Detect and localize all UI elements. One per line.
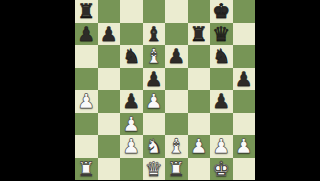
square-f1[interactable] xyxy=(188,158,211,181)
square-e1[interactable]: ♜ xyxy=(165,158,188,181)
square-d6[interactable]: ♝ xyxy=(143,45,166,68)
square-d4[interactable]: ♟ xyxy=(143,90,166,113)
piece-white-bishop[interactable]: ♝ xyxy=(167,135,185,157)
page-background: ♜♚♟♟♝♜♛♞♝♟♞♟♟♟♟♟♟♟♟♞♝♟♟♟♜♛♜♚ xyxy=(0,0,320,180)
piece-white-king[interactable]: ♚ xyxy=(212,158,230,180)
square-f5[interactable] xyxy=(188,68,211,91)
piece-black-pawn[interactable]: ♟ xyxy=(145,68,163,90)
square-d8[interactable] xyxy=(143,0,166,23)
square-e2[interactable]: ♝ xyxy=(165,135,188,158)
square-h4[interactable] xyxy=(233,90,256,113)
piece-white-knight[interactable]: ♞ xyxy=(145,135,163,157)
square-g1[interactable]: ♚ xyxy=(210,158,233,181)
square-f8[interactable] xyxy=(188,0,211,23)
square-f6[interactable] xyxy=(188,45,211,68)
piece-white-pawn[interactable]: ♟ xyxy=(235,135,253,157)
piece-white-bishop[interactable]: ♝ xyxy=(145,45,163,67)
square-e7[interactable] xyxy=(165,23,188,46)
square-e5[interactable] xyxy=(165,68,188,91)
piece-black-rook[interactable]: ♜ xyxy=(77,0,95,22)
square-c5[interactable] xyxy=(120,68,143,91)
square-d5[interactable]: ♟ xyxy=(143,68,166,91)
square-h1[interactable] xyxy=(233,158,256,181)
square-b7[interactable]: ♟ xyxy=(98,23,121,46)
square-a6[interactable] xyxy=(75,45,98,68)
square-a3[interactable] xyxy=(75,113,98,136)
piece-black-pawn[interactable]: ♟ xyxy=(235,68,253,90)
piece-white-pawn[interactable]: ♟ xyxy=(212,135,230,157)
square-g7[interactable]: ♛ xyxy=(210,23,233,46)
piece-black-pawn[interactable]: ♟ xyxy=(212,90,230,112)
square-d2[interactable]: ♞ xyxy=(143,135,166,158)
square-c3[interactable]: ♟ xyxy=(120,113,143,136)
piece-black-bishop[interactable]: ♝ xyxy=(145,23,163,45)
square-e6[interactable]: ♟ xyxy=(165,45,188,68)
piece-white-pawn[interactable]: ♟ xyxy=(145,90,163,112)
square-c6[interactable]: ♞ xyxy=(120,45,143,68)
square-f3[interactable] xyxy=(188,113,211,136)
square-h2[interactable]: ♟ xyxy=(233,135,256,158)
piece-white-pawn[interactable]: ♟ xyxy=(77,90,95,112)
square-c8[interactable] xyxy=(120,0,143,23)
square-h7[interactable] xyxy=(233,23,256,46)
square-a2[interactable] xyxy=(75,135,98,158)
piece-black-king[interactable]: ♚ xyxy=(212,0,230,22)
square-f4[interactable] xyxy=(188,90,211,113)
square-a7[interactable]: ♟ xyxy=(75,23,98,46)
square-e3[interactable] xyxy=(165,113,188,136)
piece-white-rook[interactable]: ♜ xyxy=(167,158,185,180)
piece-white-pawn[interactable]: ♟ xyxy=(190,135,208,157)
piece-black-pawn[interactable]: ♟ xyxy=(100,23,118,45)
square-h5[interactable]: ♟ xyxy=(233,68,256,91)
piece-black-knight[interactable]: ♞ xyxy=(212,45,230,67)
piece-black-pawn[interactable]: ♟ xyxy=(167,45,185,67)
piece-black-rook[interactable]: ♜ xyxy=(190,23,208,45)
square-b1[interactable] xyxy=(98,158,121,181)
piece-white-pawn[interactable]: ♟ xyxy=(122,135,140,157)
square-d3[interactable] xyxy=(143,113,166,136)
square-b6[interactable] xyxy=(98,45,121,68)
square-d7[interactable]: ♝ xyxy=(143,23,166,46)
square-e4[interactable] xyxy=(165,90,188,113)
square-f2[interactable]: ♟ xyxy=(188,135,211,158)
square-g3[interactable] xyxy=(210,113,233,136)
square-g4[interactable]: ♟ xyxy=(210,90,233,113)
square-d1[interactable]: ♛ xyxy=(143,158,166,181)
piece-black-queen[interactable]: ♛ xyxy=(212,23,230,45)
square-c2[interactable]: ♟ xyxy=(120,135,143,158)
square-a1[interactable]: ♜ xyxy=(75,158,98,181)
piece-black-knight[interactable]: ♞ xyxy=(122,45,140,67)
square-a8[interactable]: ♜ xyxy=(75,0,98,23)
square-c7[interactable] xyxy=(120,23,143,46)
piece-black-pawn[interactable]: ♟ xyxy=(77,23,95,45)
square-f7[interactable]: ♜ xyxy=(188,23,211,46)
square-g5[interactable] xyxy=(210,68,233,91)
square-b2[interactable] xyxy=(98,135,121,158)
square-b5[interactable] xyxy=(98,68,121,91)
square-b8[interactable] xyxy=(98,0,121,23)
piece-white-rook[interactable]: ♜ xyxy=(77,158,95,180)
square-b3[interactable] xyxy=(98,113,121,136)
square-a4[interactable]: ♟ xyxy=(75,90,98,113)
square-g6[interactable]: ♞ xyxy=(210,45,233,68)
piece-white-queen[interactable]: ♛ xyxy=(145,158,163,180)
square-a5[interactable] xyxy=(75,68,98,91)
square-h3[interactable] xyxy=(233,113,256,136)
square-h6[interactable] xyxy=(233,45,256,68)
piece-black-pawn[interactable]: ♟ xyxy=(122,90,140,112)
square-g2[interactable]: ♟ xyxy=(210,135,233,158)
square-c4[interactable]: ♟ xyxy=(120,90,143,113)
square-g8[interactable]: ♚ xyxy=(210,0,233,23)
piece-white-pawn[interactable]: ♟ xyxy=(122,113,140,135)
square-e8[interactable] xyxy=(165,0,188,23)
chess-board: ♜♚♟♟♝♜♛♞♝♟♞♟♟♟♟♟♟♟♟♞♝♟♟♟♜♛♜♚ xyxy=(75,0,255,180)
square-b4[interactable] xyxy=(98,90,121,113)
square-h8[interactable] xyxy=(233,0,256,23)
square-c1[interactable] xyxy=(120,158,143,181)
